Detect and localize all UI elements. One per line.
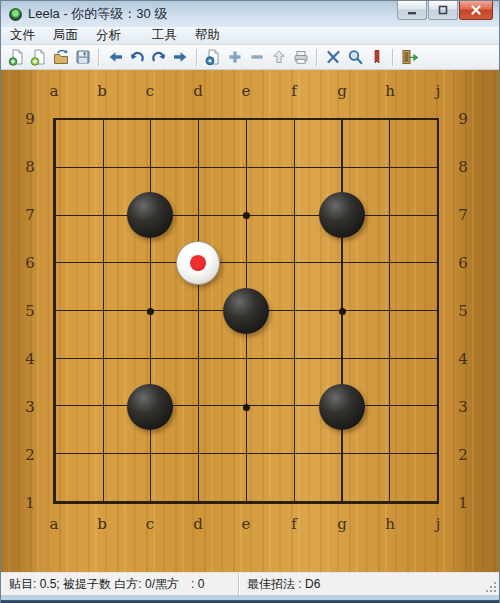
cell-e8[interactable] <box>222 143 270 191</box>
cell-f3[interactable] <box>270 383 318 431</box>
cell-b6[interactable] <box>78 239 126 287</box>
cell-c1[interactable] <box>126 479 174 527</box>
cell-j7[interactable] <box>414 191 462 239</box>
cell-j8[interactable] <box>414 143 462 191</box>
cell-d4[interactable] <box>174 335 222 383</box>
cell-a3[interactable] <box>30 383 78 431</box>
cell-a2[interactable] <box>30 431 78 479</box>
cell-g7[interactable] <box>318 191 366 239</box>
cell-j3[interactable] <box>414 383 462 431</box>
cell-c9[interactable] <box>126 95 174 143</box>
cell-a5[interactable] <box>30 287 78 335</box>
cell-f6[interactable] <box>270 239 318 287</box>
cell-g6[interactable] <box>318 239 366 287</box>
status-best-move: 最佳招法 : D6 <box>239 576 499 593</box>
cell-d5[interactable] <box>174 287 222 335</box>
cell-c2[interactable] <box>126 431 174 479</box>
printer-icon <box>292 48 310 66</box>
open-file-icon <box>52 48 70 66</box>
cell-b7[interactable] <box>78 191 126 239</box>
black-stone <box>127 384 173 430</box>
cell-f1[interactable] <box>270 479 318 527</box>
cell-j6[interactable] <box>414 239 462 287</box>
toolbar-separator <box>392 49 394 66</box>
white-stone <box>176 241 220 285</box>
cell-a8[interactable] <box>30 143 78 191</box>
cell-e7[interactable] <box>222 191 270 239</box>
bookmark-icon <box>368 48 386 66</box>
cell-h7[interactable] <box>366 191 414 239</box>
black-stone <box>127 192 173 238</box>
cell-c6[interactable] <box>126 239 174 287</box>
minimize-button[interactable] <box>397 1 427 20</box>
cell-g4[interactable] <box>318 335 366 383</box>
cell-j1[interactable] <box>414 479 462 527</box>
menu-item-4[interactable]: 帮助 <box>186 26 229 45</box>
search-button[interactable] <box>344 47 366 68</box>
stones-layer <box>30 95 462 527</box>
cell-g1[interactable] <box>318 479 366 527</box>
menu-item-1[interactable]: 局面 <box>44 26 87 45</box>
cell-a7[interactable] <box>30 191 78 239</box>
cell-g3[interactable] <box>318 383 366 431</box>
search-icon <box>346 48 364 66</box>
cell-g9[interactable] <box>318 95 366 143</box>
redo-icon <box>150 48 168 66</box>
cell-c3[interactable] <box>126 383 174 431</box>
menubar: 文件局面分析工具帮助 <box>1 27 499 45</box>
cell-c4[interactable] <box>126 335 174 383</box>
cell-g2[interactable] <box>318 431 366 479</box>
cell-b4[interactable] <box>78 335 126 383</box>
cell-d3[interactable] <box>174 383 222 431</box>
cell-j4[interactable] <box>414 335 462 383</box>
window-title: Leela - 你的等级：30 级 <box>28 5 167 23</box>
cell-d9[interactable] <box>174 95 222 143</box>
cell-j9[interactable] <box>414 95 462 143</box>
new-game-icon <box>8 48 26 66</box>
menu-item-3[interactable]: 工具 <box>143 26 186 45</box>
cell-h4[interactable] <box>366 335 414 383</box>
cell-a4[interactable] <box>30 335 78 383</box>
analyze-page-icon <box>204 48 222 66</box>
cell-b2[interactable] <box>78 431 126 479</box>
go-board[interactable]: abcdefghj abcdefghj 987654321 987654321 <box>1 70 499 572</box>
exit-door-icon <box>400 48 418 66</box>
titlebar: Leela - 你的等级：30 级 <box>1 1 499 27</box>
last-move-marker <box>190 255 206 271</box>
status-komi-captures: 贴目: 0.5; 被提子数 白方: 0/黑方 : 0 <box>1 573 239 595</box>
cell-b9[interactable] <box>78 95 126 143</box>
close-icon <box>470 4 482 16</box>
cell-h9[interactable] <box>366 95 414 143</box>
toolbar-separator <box>196 49 198 66</box>
toolbar-separator <box>98 49 100 66</box>
pass-button[interactable] <box>268 47 290 68</box>
increase-button[interactable] <box>224 47 246 68</box>
cell-d8[interactable] <box>174 143 222 191</box>
cell-c8[interactable] <box>126 143 174 191</box>
cell-h1[interactable] <box>366 479 414 527</box>
cell-j5[interactable] <box>414 287 462 335</box>
new-rated-game-icon <box>30 48 48 66</box>
cell-b5[interactable] <box>78 287 126 335</box>
leela-window: Leela - 你的等级：30 级 文件局面分析工具帮助 <box>0 0 500 603</box>
bookmark-button[interactable] <box>366 47 388 68</box>
redo-button[interactable] <box>148 47 170 68</box>
black-stone <box>319 192 365 238</box>
cell-e4[interactable] <box>222 335 270 383</box>
exit-button[interactable] <box>398 47 420 68</box>
pass-arrow-icon <box>270 48 288 66</box>
analyze-button[interactable] <box>202 47 224 68</box>
cell-j2[interactable] <box>414 431 462 479</box>
cell-e5[interactable] <box>222 287 270 335</box>
close-button[interactable] <box>459 1 493 20</box>
cell-d7[interactable] <box>174 191 222 239</box>
menu-item-2[interactable]: 分析 <box>87 26 130 45</box>
maximize-button[interactable] <box>428 1 458 20</box>
save-icon <box>74 48 92 66</box>
toolbar <box>1 45 499 70</box>
cell-e3[interactable] <box>222 383 270 431</box>
undo-icon <box>128 48 146 66</box>
cell-e1[interactable] <box>222 479 270 527</box>
forward-arrow-icon <box>172 48 190 66</box>
cell-f9[interactable] <box>270 95 318 143</box>
resize-grip[interactable] <box>485 581 497 593</box>
cell-f8[interactable] <box>270 143 318 191</box>
decrease-button[interactable] <box>246 47 268 68</box>
cell-b8[interactable] <box>78 143 126 191</box>
cell-c7[interactable] <box>126 191 174 239</box>
maximize-icon <box>437 4 449 16</box>
cell-h6[interactable] <box>366 239 414 287</box>
open-file-button[interactable] <box>50 47 72 68</box>
cell-f2[interactable] <box>270 431 318 479</box>
cell-h8[interactable] <box>366 143 414 191</box>
undo-button[interactable] <box>126 47 148 68</box>
cell-f7[interactable] <box>270 191 318 239</box>
back-arrow-icon <box>106 48 124 66</box>
minus-icon <box>248 48 266 66</box>
cell-b3[interactable] <box>78 383 126 431</box>
cell-d6[interactable] <box>174 239 222 287</box>
resign-x-icon <box>324 48 342 66</box>
new-rated-game-button[interactable] <box>28 47 50 68</box>
cell-c5[interactable] <box>126 287 174 335</box>
plus-icon <box>226 48 244 66</box>
app-icon <box>9 8 22 21</box>
toolbar-separator <box>316 49 318 66</box>
save-button[interactable] <box>72 47 94 68</box>
menu-item-0[interactable]: 文件 <box>1 26 44 45</box>
minimize-icon <box>406 4 418 16</box>
cell-a6[interactable] <box>30 239 78 287</box>
cell-g5[interactable] <box>318 287 366 335</box>
resign-button[interactable] <box>322 47 344 68</box>
cell-g8[interactable] <box>318 143 366 191</box>
cell-e2[interactable] <box>222 431 270 479</box>
cell-a9[interactable] <box>30 95 78 143</box>
cell-d2[interactable] <box>174 431 222 479</box>
new-game-button[interactable] <box>6 47 28 68</box>
cell-h2[interactable] <box>366 431 414 479</box>
cell-f5[interactable] <box>270 287 318 335</box>
forward-button[interactable] <box>170 47 192 68</box>
cell-f4[interactable] <box>270 335 318 383</box>
black-stone <box>319 384 365 430</box>
statusbar: 贴目: 0.5; 被提子数 白方: 0/黑方 : 0 最佳招法 : D6 <box>1 572 499 595</box>
black-stone <box>223 288 269 334</box>
cell-d1[interactable] <box>174 479 222 527</box>
cell-a1[interactable] <box>30 479 78 527</box>
back-button[interactable] <box>104 47 126 68</box>
cell-h5[interactable] <box>366 287 414 335</box>
cell-e6[interactable] <box>222 239 270 287</box>
score-button[interactable] <box>290 47 312 68</box>
cell-e9[interactable] <box>222 95 270 143</box>
cell-h3[interactable] <box>366 383 414 431</box>
cell-b1[interactable] <box>78 479 126 527</box>
